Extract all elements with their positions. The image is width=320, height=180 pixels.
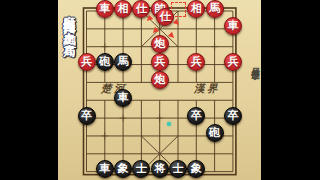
piece-red-炮[interactable]: 炮 [151,71,169,89]
teal-marker-dot [167,122,171,126]
piece-black-卒[interactable]: 卒 [224,107,242,125]
xiangqi-board-grid [0,0,320,180]
piece-black-車[interactable]: 車 [96,160,114,178]
piece-black-卒[interactable]: 卒 [187,107,205,125]
piece-black-将[interactable]: 将 [151,160,169,178]
piece-black-砲[interactable]: 砲 [96,53,114,71]
river-label-han: 漢界 [194,82,220,96]
piece-black-卒[interactable]: 卒 [78,107,96,125]
piece-black-砲[interactable]: 砲 [206,124,224,142]
commentary-caption: 居然进仕了 [250,60,262,68]
piece-red-炮[interactable]: 炮 [151,35,169,53]
piece-red-仕[interactable]: 仕 [132,0,150,18]
piece-red-相[interactable]: 相 [187,0,205,18]
piece-red-兵[interactable]: 兵 [151,53,169,71]
piece-red-相[interactable]: 相 [114,0,132,18]
piece-black-車[interactable]: 車 [114,89,132,107]
piece-red-兵[interactable]: 兵 [224,53,242,71]
piece-red-馬[interactable]: 馬 [206,0,224,18]
piece-red-兵[interactable]: 兵 [78,53,96,71]
piece-red-車[interactable]: 車 [96,0,114,18]
video-frame: 应对仙人指路 之七星剑 布局 楚河 漢界 車相仕帥相馬仕車炮兵砲馬兵兵兵炮車卒卒… [0,0,320,180]
